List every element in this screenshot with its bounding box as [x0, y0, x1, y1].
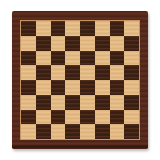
square-r5c1: [21, 80, 36, 95]
square-r7c7: [110, 110, 125, 125]
square-r3c3: [51, 51, 66, 66]
board-grid: [21, 21, 139, 139]
square-r4c8: [124, 65, 139, 80]
square-r8c2: [36, 124, 51, 139]
square-r5c2: [36, 80, 51, 95]
square-r8c4: [65, 124, 80, 139]
square-r3c1: [21, 51, 36, 66]
square-r6c6: [95, 95, 110, 110]
board-bottom-edge: [12, 145, 148, 149]
square-r8c8: [124, 124, 139, 139]
square-r6c4: [65, 95, 80, 110]
square-r1c6: [95, 21, 110, 36]
square-r7c8: [124, 110, 139, 125]
square-r7c6: [95, 110, 110, 125]
square-r3c2: [36, 51, 51, 66]
square-r1c7: [110, 21, 125, 36]
square-r4c6: [95, 65, 110, 80]
square-r7c5: [80, 110, 95, 125]
square-r3c4: [65, 51, 80, 66]
square-r1c4: [65, 21, 80, 36]
square-r7c3: [51, 110, 66, 125]
square-r8c6: [95, 124, 110, 139]
square-r4c1: [21, 65, 36, 80]
square-r4c7: [110, 65, 125, 80]
square-r7c4: [65, 110, 80, 125]
square-r5c5: [80, 80, 95, 95]
square-r5c6: [95, 80, 110, 95]
square-r4c5: [80, 65, 95, 80]
square-r3c6: [95, 51, 110, 66]
square-r4c3: [51, 65, 66, 80]
square-r3c5: [80, 51, 95, 66]
square-r6c7: [110, 95, 125, 110]
square-r8c1: [21, 124, 36, 139]
square-r1c8: [124, 21, 139, 36]
square-r7c1: [21, 110, 36, 125]
square-r2c8: [124, 36, 139, 51]
square-r3c8: [124, 51, 139, 66]
square-r2c1: [21, 36, 36, 51]
square-r1c1: [21, 21, 36, 36]
square-r5c8: [124, 80, 139, 95]
photo-background: [0, 0, 160, 160]
square-r2c3: [51, 36, 66, 51]
square-r5c4: [65, 80, 80, 95]
square-r5c3: [51, 80, 66, 95]
square-r6c2: [36, 95, 51, 110]
square-r6c5: [80, 95, 95, 110]
square-r5c7: [110, 80, 125, 95]
square-r7c2: [36, 110, 51, 125]
square-r2c7: [110, 36, 125, 51]
square-r6c3: [51, 95, 66, 110]
square-r2c2: [36, 36, 51, 51]
square-r4c4: [65, 65, 80, 80]
square-r2c5: [80, 36, 95, 51]
square-r8c3: [51, 124, 66, 139]
square-r8c5: [80, 124, 95, 139]
square-r6c1: [21, 95, 36, 110]
chess-board: [12, 11, 148, 149]
square-r2c4: [65, 36, 80, 51]
square-r8c7: [110, 124, 125, 139]
square-r3c7: [110, 51, 125, 66]
square-r6c8: [124, 95, 139, 110]
square-r1c2: [36, 21, 51, 36]
square-r4c2: [36, 65, 51, 80]
square-r1c5: [80, 21, 95, 36]
square-r2c6: [95, 36, 110, 51]
square-r1c3: [51, 21, 66, 36]
